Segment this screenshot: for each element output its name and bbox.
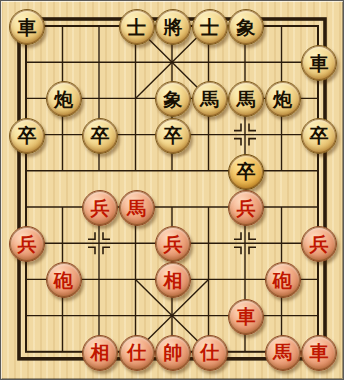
board-grid [1,1,344,380]
piece-red-soldier[interactable]: 兵 [155,226,191,262]
piece-red-advisor[interactable]: 仕 [192,335,228,371]
piece-black-soldier[interactable]: 卒 [155,118,191,154]
piece-black-cannon[interactable]: 炮 [46,81,82,117]
piece-red-horse[interactable]: 馬 [119,190,155,226]
piece-black-soldier[interactable]: 卒 [228,154,264,190]
piece-red-soldier[interactable]: 兵 [301,226,337,262]
piece-red-elephant[interactable]: 相 [82,335,118,371]
piece-black-horse[interactable]: 馬 [192,81,228,117]
piece-black-chariot[interactable]: 車 [301,45,337,81]
piece-black-elephant[interactable]: 象 [228,9,264,45]
piece-black-chariot[interactable]: 車 [9,9,45,45]
piece-red-chariot[interactable]: 車 [301,335,337,371]
piece-black-advisor[interactable]: 士 [192,9,228,45]
piece-red-horse[interactable]: 馬 [265,335,301,371]
piece-red-cannon[interactable]: 砲 [46,262,82,298]
piece-red-chariot[interactable]: 車 [228,299,264,335]
piece-black-soldier[interactable]: 卒 [82,118,118,154]
piece-black-advisor[interactable]: 士 [119,9,155,45]
piece-red-soldier[interactable]: 兵 [82,190,118,226]
piece-red-soldier[interactable]: 兵 [228,190,264,226]
piece-red-cannon[interactable]: 砲 [265,262,301,298]
piece-black-general[interactable]: 將 [155,9,191,45]
piece-black-cannon[interactable]: 炮 [265,81,301,117]
piece-black-soldier[interactable]: 卒 [9,118,45,154]
piece-red-soldier[interactable]: 兵 [9,226,45,262]
piece-red-general[interactable]: 帥 [155,335,191,371]
piece-black-soldier[interactable]: 卒 [301,118,337,154]
piece-red-advisor[interactable]: 仕 [119,335,155,371]
xiangqi-board[interactable]: 車士將士象車炮象馬馬炮卒卒卒卒卒兵馬兵兵兵兵砲相砲車相仕帥仕馬車 [0,0,344,380]
